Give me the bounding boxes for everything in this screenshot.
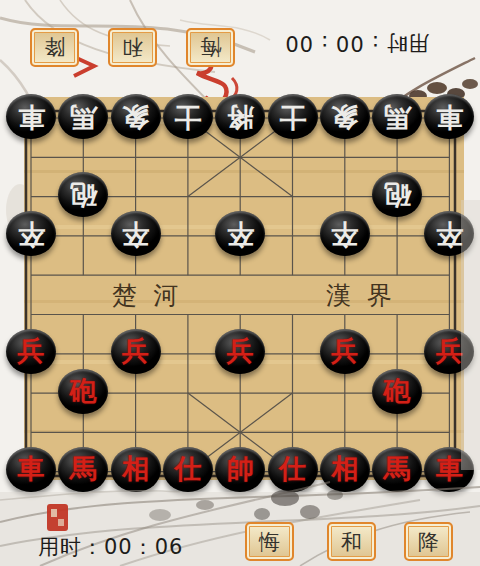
piece-red-soldier[interactable]: 兵 [111, 329, 161, 374]
piece-glyph: 車 [436, 456, 463, 483]
piece-glyph: 士 [279, 103, 306, 130]
bottom-draw-button[interactable]: 和 [327, 522, 376, 561]
piece-red-cannon[interactable]: 砲 [372, 369, 422, 414]
piece-black-elephant[interactable]: 象 [111, 94, 161, 139]
piece-black-horse[interactable]: 馬 [372, 94, 422, 139]
piece-black-advisor[interactable]: 士 [268, 94, 318, 139]
top-resign-button[interactable]: 降 [30, 28, 79, 67]
piece-glyph: 砲 [384, 378, 411, 405]
piece-glyph: 卒 [436, 220, 463, 247]
piece-glyph: 車 [18, 103, 45, 130]
piece-glyph: 象 [331, 103, 358, 130]
piece-glyph: 車 [436, 103, 463, 130]
bottom-resign-button[interactable]: 降 [404, 522, 453, 561]
piece-glyph: 兵 [122, 338, 149, 365]
piece-glyph: 兵 [18, 338, 45, 365]
piece-glyph: 卒 [227, 220, 254, 247]
piece-glyph: 卒 [331, 220, 358, 247]
piece-glyph: 兵 [331, 338, 358, 365]
river-label-right: 漢界 [326, 279, 408, 312]
piece-red-horse[interactable]: 馬 [372, 447, 422, 492]
piece-glyph: 卒 [18, 220, 45, 247]
piece-glyph: 馬 [70, 456, 97, 483]
piece-black-advisor[interactable]: 士 [163, 94, 213, 139]
piece-red-elephant[interactable]: 相 [111, 447, 161, 492]
piece-red-chariot[interactable]: 車 [6, 447, 56, 492]
piece-red-advisor[interactable]: 仕 [163, 447, 213, 492]
top-elapsed-time: 用时：00：00 [268, 29, 446, 57]
piece-glyph: 象 [122, 103, 149, 130]
xiangqi-app-window: 楚河 漢界 車馬象士將士象馬車砲砲卒卒卒卒卒兵兵兵兵兵砲砲車馬相仕帥仕相馬車 降… [0, 0, 480, 566]
piece-red-advisor[interactable]: 仕 [268, 447, 318, 492]
river-label-left: 楚河 [112, 279, 194, 312]
piece-red-soldier[interactable]: 兵 [6, 329, 56, 374]
piece-glyph: 兵 [436, 338, 463, 365]
top-draw-button[interactable]: 和 [108, 28, 157, 67]
piece-red-elephant[interactable]: 相 [320, 447, 370, 492]
piece-black-chariot[interactable]: 車 [6, 94, 56, 139]
piece-black-soldier[interactable]: 卒 [111, 211, 161, 256]
piece-black-general[interactable]: 將 [215, 94, 265, 139]
piece-glyph: 仕 [174, 456, 201, 483]
piece-glyph: 卒 [122, 220, 149, 247]
piece-glyph: 將 [227, 103, 254, 130]
bottom-undo-button[interactable]: 悔 [245, 522, 294, 561]
bottom-elapsed-time: 用时：00：06 [38, 533, 183, 561]
piece-red-cannon[interactable]: 砲 [58, 369, 108, 414]
piece-glyph: 兵 [227, 338, 254, 365]
piece-glyph: 相 [331, 456, 358, 483]
piece-glyph: 相 [122, 456, 149, 483]
piece-glyph: 馬 [384, 103, 411, 130]
top-undo-button[interactable]: 悔 [186, 28, 235, 67]
piece-glyph: 仕 [279, 456, 306, 483]
piece-glyph: 砲 [70, 181, 97, 208]
piece-black-horse[interactable]: 馬 [58, 94, 108, 139]
piece-glyph: 士 [174, 103, 201, 130]
piece-black-soldier[interactable]: 卒 [320, 211, 370, 256]
piece-black-elephant[interactable]: 象 [320, 94, 370, 139]
piece-glyph: 馬 [384, 456, 411, 483]
piece-glyph: 砲 [70, 378, 97, 405]
piece-black-cannon[interactable]: 砲 [372, 172, 422, 217]
piece-glyph: 車 [18, 456, 45, 483]
piece-glyph: 砲 [384, 181, 411, 208]
piece-glyph: 帥 [227, 456, 254, 483]
piece-black-chariot[interactable]: 車 [424, 94, 474, 139]
piece-glyph: 馬 [70, 103, 97, 130]
piece-red-soldier[interactable]: 兵 [320, 329, 370, 374]
